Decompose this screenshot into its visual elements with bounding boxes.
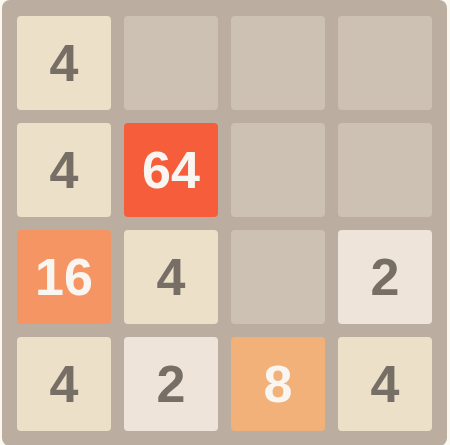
tile-8-r3c2: 8: [231, 337, 325, 431]
empty-cell-r0c3: [338, 16, 432, 110]
tile-4-r2c1: 4: [124, 230, 218, 324]
page-background: 446416424284: [0, 0, 450, 445]
tile-grid: 446416424284: [2, 0, 447, 445]
tile-4-r1c0: 4: [17, 123, 111, 217]
tile-4-r3c3: 4: [338, 337, 432, 431]
empty-cell-r0c2: [231, 16, 325, 110]
tile-16-r2c0: 16: [17, 230, 111, 324]
empty-cell-r1c2: [231, 123, 325, 217]
empty-cell-r0c1: [124, 16, 218, 110]
empty-cell-r1c3: [338, 123, 432, 217]
tile-64-r1c1: 64: [124, 123, 218, 217]
empty-cell-r2c2: [231, 230, 325, 324]
tile-4-r0c0: 4: [17, 16, 111, 110]
tile-4-r3c0: 4: [17, 337, 111, 431]
tile-2-r2c3: 2: [338, 230, 432, 324]
tile-2-r3c1: 2: [124, 337, 218, 431]
game-board-2048[interactable]: 446416424284: [2, 0, 447, 445]
